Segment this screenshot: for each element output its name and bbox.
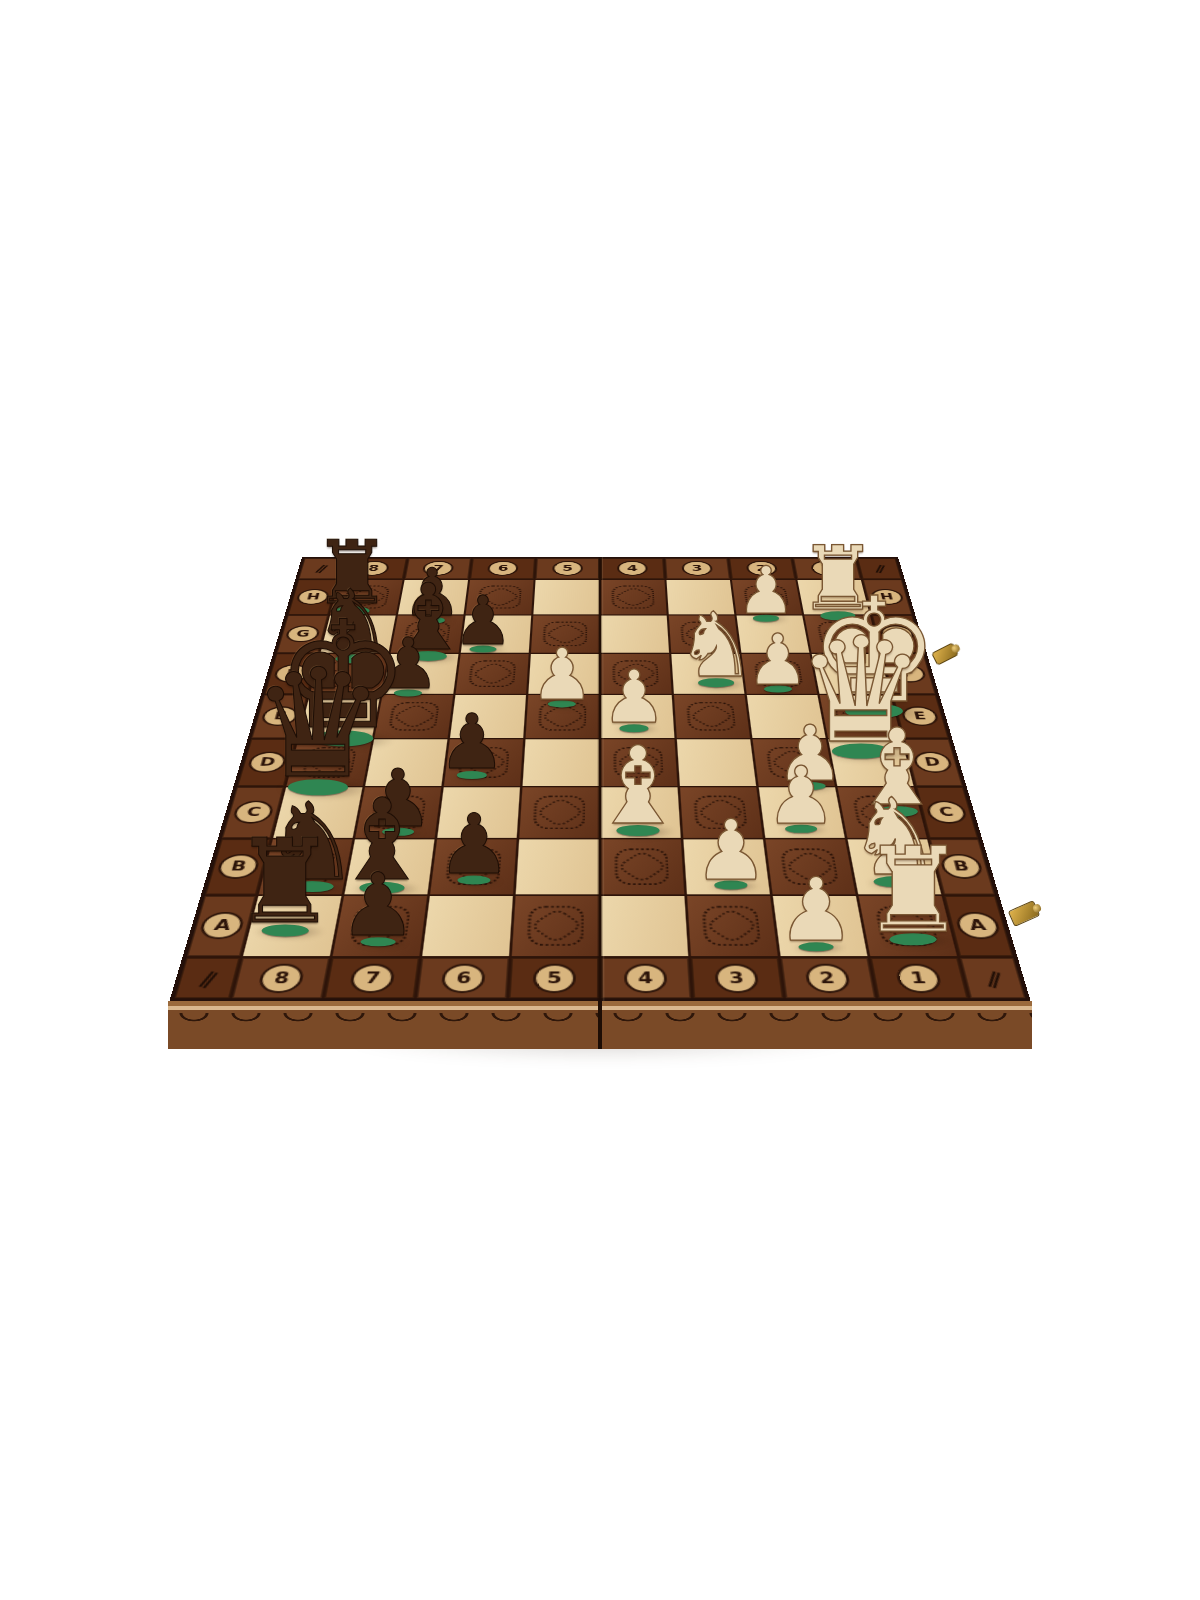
- border-corner-mark: ∥: [857, 558, 901, 578]
- coord-number-6: 6: [470, 558, 535, 578]
- square-a1: [858, 896, 956, 956]
- square-g2: [736, 615, 809, 652]
- square-b6: [430, 839, 516, 894]
- square-c6: [437, 787, 520, 837]
- square-b1: [847, 839, 940, 894]
- square-e7: [375, 695, 454, 738]
- square-h1: [797, 580, 869, 615]
- square-e8: [299, 695, 380, 738]
- square-d5: [523, 739, 599, 786]
- coord-letter-G: G: [277, 615, 329, 652]
- square-g5: [531, 615, 599, 652]
- coord-letter-G: G: [872, 615, 924, 652]
- coord-letter-F: F: [881, 654, 935, 694]
- coord-number-5: 5: [536, 558, 599, 578]
- square-a6: [422, 896, 513, 956]
- coord-number-8: 8: [233, 958, 330, 998]
- square-c3: [680, 787, 763, 837]
- square-b5: [516, 839, 599, 894]
- coord-number-3: 3: [665, 558, 730, 578]
- square-g6: [461, 615, 531, 652]
- square-d1: [828, 739, 913, 786]
- square-e4: [601, 695, 674, 738]
- coord-number-4: 4: [601, 958, 690, 998]
- square-a7: [333, 896, 427, 956]
- coord-number-3: 3: [691, 958, 783, 998]
- square-f3: [671, 654, 744, 694]
- square-b3: [683, 839, 769, 894]
- square-f7: [383, 654, 459, 694]
- square-b8: [259, 839, 352, 894]
- brass-hinge-icon: [1008, 900, 1040, 927]
- square-f8: [310, 654, 388, 694]
- square-d3: [677, 739, 756, 786]
- square-d4: [601, 739, 677, 786]
- square-a4: [601, 896, 688, 956]
- square-e3: [674, 695, 750, 738]
- border-corner-mark: ∥: [299, 558, 343, 578]
- square-f5: [528, 654, 598, 694]
- coord-letter-E: E: [892, 695, 948, 738]
- board-perspective-wrap: ∥87654321∥HHGGFFEEDDCCBBAA∥87654321∥: [169, 557, 1030, 1001]
- square-g3: [669, 615, 739, 652]
- brass-hinge-icon: [931, 642, 959, 665]
- square-g4: [601, 615, 669, 652]
- coord-letter-D: D: [904, 739, 963, 786]
- coord-number-6: 6: [417, 958, 509, 998]
- border-corner-mark: ∥: [960, 958, 1026, 998]
- coord-letter-F: F: [265, 654, 319, 694]
- square-e5: [526, 695, 599, 738]
- square-g8: [321, 615, 396, 652]
- square-b7: [345, 839, 435, 894]
- coord-number-2: 2: [781, 958, 875, 998]
- square-c5: [519, 787, 598, 837]
- coord-number-5: 5: [509, 958, 598, 998]
- square-a2: [773, 896, 867, 956]
- board-fold-seam: [598, 557, 602, 1001]
- square-d6: [444, 739, 523, 786]
- square-d8: [287, 739, 372, 786]
- board-front-edge-left: [168, 1001, 598, 1049]
- coord-number-4: 4: [601, 558, 664, 578]
- square-f4: [601, 654, 671, 694]
- square-d2: [752, 739, 834, 786]
- coord-letter-H: H: [288, 580, 337, 615]
- coord-number-2: 2: [729, 558, 795, 578]
- chess-board: ∥87654321∥HHGGFFEEDDCCBBAA∥87654321∥: [169, 557, 1030, 1001]
- square-f2: [741, 654, 817, 694]
- coord-number-7: 7: [325, 958, 419, 998]
- square-g1: [804, 615, 879, 652]
- coord-letter-C: C: [916, 787, 978, 837]
- square-c8: [274, 787, 363, 837]
- coord-number-1: 1: [870, 958, 967, 998]
- square-f6: [456, 654, 529, 694]
- board-front-edge-right: [602, 1001, 1032, 1049]
- square-c1: [837, 787, 926, 837]
- square-h6: [466, 580, 534, 615]
- square-b4: [601, 839, 684, 894]
- coord-letter-B: B: [929, 839, 995, 894]
- square-h5: [533, 580, 599, 615]
- square-b2: [765, 839, 855, 894]
- square-h2: [732, 580, 802, 615]
- square-c4: [601, 787, 680, 837]
- coord-number-8: 8: [340, 558, 407, 578]
- board-front-edge: [168, 1001, 1032, 1049]
- coord-letter-E: E: [251, 695, 307, 738]
- square-c2: [759, 787, 845, 837]
- square-c7: [356, 787, 442, 837]
- square-h3: [666, 580, 734, 615]
- square-a8: [244, 896, 342, 956]
- square-e6: [450, 695, 526, 738]
- square-h4: [601, 580, 666, 615]
- square-g7: [391, 615, 464, 652]
- coord-number-7: 7: [405, 558, 471, 578]
- square-h8: [331, 580, 403, 615]
- square-a5: [512, 896, 599, 956]
- chess-set-product-photo: ∥87654321∥HHGGFFEEDDCCBBAA∥87654321∥ ♜♜♟…: [0, 0, 1200, 1600]
- coord-letter-H: H: [862, 580, 912, 615]
- square-e2: [747, 695, 826, 738]
- square-h7: [398, 580, 468, 615]
- square-f1: [811, 654, 889, 694]
- coord-number-1: 1: [793, 558, 860, 578]
- square-d7: [366, 739, 448, 786]
- border-corner-mark: ∥: [175, 958, 241, 998]
- square-a3: [687, 896, 778, 956]
- square-e1: [819, 695, 900, 738]
